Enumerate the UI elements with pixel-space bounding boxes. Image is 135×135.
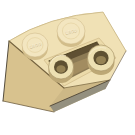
product-photo: LEGO LEGO LEGO LEGO	[0, 0, 135, 135]
stud-back-right: LEGO LEGO	[57, 18, 85, 47]
tube-hole-floor	[96, 56, 106, 64]
tube-front-right	[88, 45, 115, 75]
tube-hole-floor	[56, 65, 65, 73]
lego-brick-render: LEGO LEGO LEGO LEGO	[0, 0, 135, 135]
stud-back-left: LEGO LEGO	[22, 33, 48, 60]
tube-front-left	[49, 55, 74, 83]
